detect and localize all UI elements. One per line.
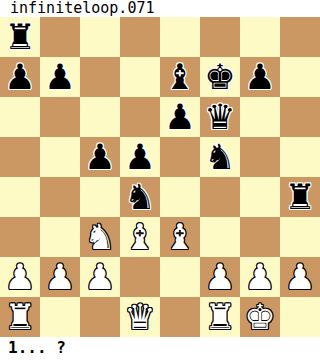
square-f2[interactable]: ♟ <box>200 257 240 297</box>
black-knight: ♞ <box>124 177 155 217</box>
square-g6[interactable] <box>240 97 280 137</box>
square-h6[interactable] <box>280 97 320 137</box>
black-pawn: ♟ <box>4 57 35 97</box>
square-d8[interactable] <box>120 17 160 57</box>
square-e2[interactable] <box>160 257 200 297</box>
square-c2[interactable]: ♟ <box>80 257 120 297</box>
white-pawn: ♟ <box>84 257 115 297</box>
square-d3[interactable]: ♝ <box>120 217 160 257</box>
square-a5[interactable] <box>0 137 40 177</box>
black-king: ♚ <box>204 57 235 97</box>
square-c5[interactable]: ♟ <box>80 137 120 177</box>
square-e3[interactable]: ♝ <box>160 217 200 257</box>
chess-puzzle-page: infiniteloop.071 ♜♟♟♝♚♟♟♛♟♟♞♞♜♞♝♝♟♟♟♟♟♟♜… <box>0 0 320 360</box>
white-pawn: ♟ <box>44 257 75 297</box>
black-pawn: ♟ <box>84 137 115 177</box>
black-queen: ♛ <box>204 97 235 137</box>
square-f8[interactable] <box>200 17 240 57</box>
black-pawn: ♟ <box>124 137 155 177</box>
square-g1[interactable]: ♚ <box>240 297 280 337</box>
square-f3[interactable] <box>200 217 240 257</box>
square-c4[interactable] <box>80 177 120 217</box>
black-knight: ♞ <box>204 137 235 177</box>
square-a2[interactable]: ♟ <box>0 257 40 297</box>
white-pawn: ♟ <box>4 257 35 297</box>
square-b1[interactable] <box>40 297 80 337</box>
white-king: ♚ <box>244 297 275 337</box>
square-e4[interactable] <box>160 177 200 217</box>
white-queen: ♛ <box>124 297 155 337</box>
white-knight: ♞ <box>84 217 115 257</box>
move-prompt: 1... ? <box>0 337 320 360</box>
square-h3[interactable] <box>280 217 320 257</box>
square-g3[interactable] <box>240 217 280 257</box>
white-pawn: ♟ <box>204 257 235 297</box>
square-c7[interactable] <box>80 57 120 97</box>
square-d5[interactable]: ♟ <box>120 137 160 177</box>
square-b6[interactable] <box>40 97 80 137</box>
square-h7[interactable] <box>280 57 320 97</box>
square-e5[interactable] <box>160 137 200 177</box>
white-pawn: ♟ <box>244 257 275 297</box>
square-g2[interactable]: ♟ <box>240 257 280 297</box>
black-pawn: ♟ <box>44 57 75 97</box>
white-rook: ♜ <box>4 297 35 337</box>
square-e7[interactable]: ♝ <box>160 57 200 97</box>
black-pawn: ♟ <box>164 97 195 137</box>
black-pawn: ♟ <box>244 57 275 97</box>
square-f7[interactable]: ♚ <box>200 57 240 97</box>
square-c1[interactable] <box>80 297 120 337</box>
square-f1[interactable]: ♜ <box>200 297 240 337</box>
square-a1[interactable]: ♜ <box>0 297 40 337</box>
black-bishop: ♝ <box>164 57 195 97</box>
white-bishop: ♝ <box>164 217 195 257</box>
chess-board: ♜♟♟♝♚♟♟♛♟♟♞♞♜♞♝♝♟♟♟♟♟♟♜♛♜♚ <box>0 17 320 337</box>
square-d2[interactable] <box>120 257 160 297</box>
square-a3[interactable] <box>0 217 40 257</box>
square-h5[interactable] <box>280 137 320 177</box>
black-rook: ♜ <box>284 177 315 217</box>
black-rook: ♜ <box>4 17 35 57</box>
square-h8[interactable] <box>280 17 320 57</box>
square-h2[interactable]: ♟ <box>280 257 320 297</box>
white-pawn: ♟ <box>284 257 315 297</box>
square-f6[interactable]: ♛ <box>200 97 240 137</box>
square-a8[interactable]: ♜ <box>0 17 40 57</box>
square-g4[interactable] <box>240 177 280 217</box>
puzzle-title: infiniteloop.071 <box>0 0 320 17</box>
square-h4[interactable]: ♜ <box>280 177 320 217</box>
square-b3[interactable] <box>40 217 80 257</box>
square-g5[interactable] <box>240 137 280 177</box>
square-g8[interactable] <box>240 17 280 57</box>
square-c6[interactable] <box>80 97 120 137</box>
square-b2[interactable]: ♟ <box>40 257 80 297</box>
square-d1[interactable]: ♛ <box>120 297 160 337</box>
square-b4[interactable] <box>40 177 80 217</box>
square-h1[interactable] <box>280 297 320 337</box>
square-e8[interactable] <box>160 17 200 57</box>
square-g7[interactable]: ♟ <box>240 57 280 97</box>
square-a6[interactable] <box>0 97 40 137</box>
square-b8[interactable] <box>40 17 80 57</box>
square-c8[interactable] <box>80 17 120 57</box>
square-b7[interactable]: ♟ <box>40 57 80 97</box>
square-a4[interactable] <box>0 177 40 217</box>
square-d7[interactable] <box>120 57 160 97</box>
square-e1[interactable] <box>160 297 200 337</box>
square-f5[interactable]: ♞ <box>200 137 240 177</box>
square-f4[interactable] <box>200 177 240 217</box>
square-e6[interactable]: ♟ <box>160 97 200 137</box>
square-b5[interactable] <box>40 137 80 177</box>
square-d4[interactable]: ♞ <box>120 177 160 217</box>
white-bishop: ♝ <box>124 217 155 257</box>
square-d6[interactable] <box>120 97 160 137</box>
square-a7[interactable]: ♟ <box>0 57 40 97</box>
square-c3[interactable]: ♞ <box>80 217 120 257</box>
white-rook: ♜ <box>204 297 235 337</box>
